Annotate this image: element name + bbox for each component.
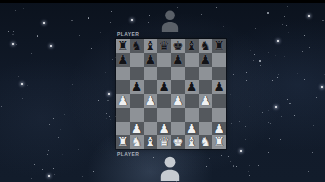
star [309,47,310,48]
star [8,31,9,32]
square-g1[interactable]: ♞ [199,135,213,149]
star [62,154,63,155]
star [37,35,39,37]
star [316,97,317,98]
square-e2[interactable] [171,122,185,136]
star [270,123,271,124]
white-pawn[interactable]: ♟ [214,122,225,136]
square-c2[interactable] [144,122,158,136]
bright-star [21,83,23,85]
star [64,114,65,115]
square-a8[interactable]: ♜ [116,39,130,53]
star [34,164,35,165]
square-d5[interactable]: ♟ [157,80,171,94]
star [289,103,291,105]
white-knight[interactable]: ♞ [131,135,142,149]
star [262,112,263,113]
square-g8[interactable]: ♞ [199,39,213,53]
white-pawn[interactable]: ♟ [117,94,128,108]
star [284,16,285,17]
star [15,10,16,11]
square-a4[interactable]: ♟ [116,94,130,108]
star [268,152,269,153]
star [294,115,295,116]
star [153,157,154,158]
star [1,106,2,107]
star [253,60,254,61]
square-h4[interactable] [212,94,226,108]
white-pawn[interactable]: ♟ [145,94,156,108]
square-e6[interactable] [171,67,185,81]
star [245,139,247,141]
star [249,106,250,107]
star [106,118,107,119]
bright-star [277,40,279,42]
bright-star [43,22,45,24]
star [201,14,203,16]
black-rook[interactable]: ♜ [117,39,128,53]
star [286,25,287,26]
black-pawn[interactable]: ♟ [186,80,197,94]
letterbox-bar [0,0,325,3]
star [16,44,18,46]
star [260,65,261,66]
square-d8[interactable]: ♛ [157,39,171,53]
star [49,124,50,125]
white-king[interactable]: ♚ [172,135,183,149]
star [275,55,276,56]
square-a5[interactable] [116,80,130,94]
star [58,137,59,138]
square-b3[interactable] [130,108,144,122]
square-c3[interactable] [144,108,158,122]
black-king[interactable]: ♚ [172,39,183,53]
star [47,154,48,155]
star [31,178,32,179]
square-d3[interactable] [157,108,171,122]
star [259,60,261,62]
star [107,100,109,102]
square-g5[interactable] [199,80,213,94]
square-c7[interactable]: ♟ [144,53,158,67]
star [236,166,237,167]
white-pawn[interactable]: ♟ [131,122,142,136]
star [71,20,73,22]
black-pawn[interactable]: ♟ [200,53,211,67]
star [22,98,23,99]
star [302,51,303,52]
star [282,24,283,25]
square-e4[interactable]: ♟ [171,94,185,108]
square-h1[interactable]: ♜ [212,135,226,149]
square-g2[interactable] [199,122,213,136]
square-a2[interactable] [116,122,130,136]
star [148,22,149,23]
bright-star [240,150,242,152]
star [221,155,222,156]
square-f1[interactable]: ♝ [185,135,199,149]
star [280,139,281,140]
white-knight[interactable]: ♞ [200,135,211,149]
square-a1[interactable]: ♜ [116,135,130,149]
white-queen[interactable]: ♛ [159,135,170,149]
black-pawn[interactable]: ♟ [214,80,225,94]
star [272,80,273,81]
person-icon [158,9,182,32]
bright-star [12,43,14,45]
star [78,149,79,150]
white-rook[interactable]: ♜ [214,135,225,149]
black-pawn[interactable]: ♟ [172,53,183,67]
star [98,100,99,101]
square-h3[interactable] [212,108,226,122]
star [246,72,248,74]
black-pawn[interactable]: ♟ [145,53,156,67]
star [42,169,43,170]
white-bishop[interactable]: ♝ [186,135,197,149]
star [288,32,289,33]
star [254,54,255,55]
star [268,110,270,112]
square-e3[interactable] [171,108,185,122]
square-e1[interactable]: ♚ [171,135,185,149]
star [231,123,232,124]
square-a6[interactable] [116,67,130,81]
star [79,35,80,36]
star [268,52,269,53]
opponent-name-label: PLAYER [117,31,139,37]
star [149,15,150,16]
square-b8[interactable]: ♞ [130,39,144,53]
square-d2[interactable]: ♟ [157,122,171,136]
player-avatar [157,155,183,181]
square-a3[interactable] [116,108,130,122]
white-bishop[interactable]: ♝ [145,135,156,149]
square-c4[interactable]: ♟ [144,94,158,108]
square-e8[interactable]: ♚ [171,39,185,53]
star [245,126,246,127]
star [223,26,224,27]
star [18,76,19,77]
square-h6[interactable] [212,67,226,81]
star [267,12,269,14]
person-icon [157,155,183,181]
square-f4[interactable] [185,94,199,108]
star [72,84,73,85]
star [246,80,247,81]
black-knight[interactable]: ♞ [200,39,211,53]
star [304,35,305,36]
square-c1[interactable]: ♝ [144,135,158,149]
square-f8[interactable]: ♝ [185,39,199,53]
square-g6[interactable] [199,67,213,81]
white-pawn[interactable]: ♟ [200,94,211,108]
bright-star [108,93,110,95]
star [60,129,61,130]
bright-star [131,19,133,21]
square-b4[interactable] [130,94,144,108]
star [106,113,107,114]
star [111,11,112,12]
white-pawn[interactable]: ♟ [186,122,197,136]
white-rook[interactable]: ♜ [117,135,128,149]
square-e7[interactable]: ♟ [171,53,185,67]
star [206,166,207,167]
star [23,8,24,9]
star [91,48,92,49]
star [284,56,286,58]
star [53,168,54,169]
star [233,165,235,167]
star [322,20,324,22]
star [287,6,289,8]
square-b1[interactable]: ♞ [130,135,144,149]
square-f2[interactable]: ♟ [185,122,199,136]
player-name-label: PLAYER [117,151,139,157]
star [109,116,111,118]
square-g4[interactable]: ♟ [199,94,213,108]
square-e5[interactable] [171,80,185,94]
star [249,175,250,176]
bright-star [321,86,323,88]
white-pawn[interactable]: ♟ [159,122,170,136]
star [13,31,14,32]
square-b6[interactable] [130,67,144,81]
square-d1[interactable]: ♛ [157,135,171,149]
bright-star [48,175,50,177]
star [216,7,217,8]
star [176,181,177,182]
square-f7[interactable] [185,53,199,67]
square-h5[interactable]: ♟ [212,80,226,94]
star [93,171,94,172]
black-pawn[interactable]: ♟ [117,53,128,67]
square-d6[interactable] [157,67,171,81]
star [277,77,278,78]
star [233,74,234,75]
black-bishop[interactable]: ♝ [186,39,197,53]
star [239,121,240,122]
star [312,152,313,153]
square-d7[interactable] [157,53,171,67]
star [209,158,210,159]
star [230,161,231,162]
star [230,94,231,95]
star [27,85,28,86]
star [112,59,113,60]
square-c5[interactable] [144,80,158,94]
star [12,34,14,36]
star [100,32,101,33]
star [281,116,282,117]
star [228,156,229,157]
star [82,176,83,177]
star [105,72,106,73]
star [297,73,298,74]
black-knight[interactable]: ♞ [131,39,142,53]
star [53,118,54,119]
star [258,165,259,166]
square-c8[interactable]: ♝ [144,39,158,53]
square-f6[interactable] [185,67,199,81]
star [48,150,49,151]
square-g3[interactable] [199,108,213,122]
bright-star [275,106,277,108]
square-f5[interactable]: ♟ [185,80,199,94]
square-d4[interactable] [157,94,171,108]
black-pawn[interactable]: ♟ [131,80,142,94]
square-a7[interactable]: ♟ [116,53,130,67]
square-b5[interactable]: ♟ [130,80,144,94]
star [54,174,55,175]
star [255,28,256,29]
star [31,53,32,54]
bright-star [50,45,52,47]
bright-star [308,15,310,17]
square-b2[interactable]: ♟ [130,122,144,136]
chess-board[interactable]: ♜♞♝♛♚♝♞♜♟♟♟♟♟♟♟♟♟♟♟♟♟♟♟♟♜♞♝♛♚♝♞♜ [116,39,226,149]
square-g7[interactable]: ♟ [199,53,213,67]
black-pawn[interactable]: ♟ [159,80,170,94]
square-f3[interactable] [185,108,199,122]
star [88,17,90,19]
square-h2[interactable]: ♟ [212,122,226,136]
opponent-avatar [158,9,182,32]
chess-game-screen: PLAYER ♜♞♝♛♚♝♞♜♟♟♟♟♟♟♟♟♟♟♟♟♟♟♟♟♜♞♝♛♚♝♞♜ … [0,0,325,182]
star [269,138,270,139]
star [110,119,111,120]
star [287,99,288,100]
black-rook[interactable]: ♜ [214,39,225,53]
star [249,165,250,166]
star [304,79,305,80]
star [278,74,279,75]
black-queen[interactable]: ♛ [159,39,170,53]
star [248,171,249,172]
star [110,22,111,23]
white-pawn[interactable]: ♟ [172,94,183,108]
star [308,171,309,172]
square-h7[interactable] [212,53,226,67]
square-c6[interactable] [144,67,158,81]
black-bishop[interactable]: ♝ [145,39,156,53]
star [313,125,314,126]
star [268,122,269,123]
square-b7[interactable] [130,53,144,67]
star [250,50,251,51]
square-h8[interactable]: ♜ [212,39,226,53]
